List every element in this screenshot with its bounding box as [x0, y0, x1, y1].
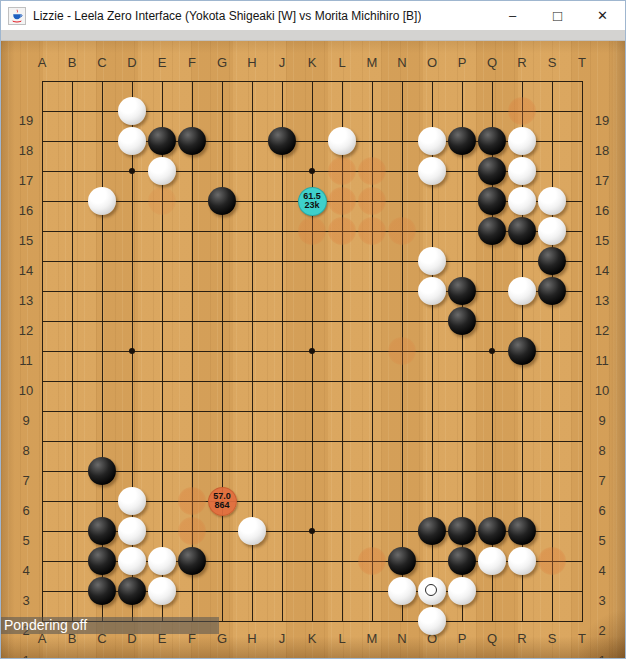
last-move-marker: [425, 584, 437, 596]
toolbar-strip: [1, 30, 625, 41]
black-stone-C6: [88, 457, 116, 485]
white-stone-E16: [148, 157, 176, 185]
black-stone-E17: [148, 127, 176, 155]
black-stone-R14: [508, 217, 536, 245]
black-stone-N3: [388, 547, 416, 575]
heat-candidate-M15[interactable]: [358, 187, 386, 215]
star-point: [309, 168, 315, 174]
black-stone-Q15: [478, 187, 506, 215]
black-stone-P17: [448, 127, 476, 155]
star-point: [489, 348, 495, 354]
heat-candidate-N10[interactable]: [388, 337, 416, 365]
black-stone-P11: [448, 307, 476, 335]
black-stone-C4: [88, 517, 116, 545]
black-stone-D2: [118, 577, 146, 605]
white-stone-O2: [418, 577, 446, 605]
white-stone-P2: [448, 577, 476, 605]
heat-candidate-M16[interactable]: [358, 157, 386, 185]
white-stone-S14: [538, 217, 566, 245]
row-label-right: 1: [587, 653, 617, 659]
white-stone-Q3: [478, 547, 506, 575]
black-stone-F3: [178, 547, 206, 575]
row-label-left: 1: [11, 653, 41, 659]
visits-value: 23k: [304, 201, 319, 210]
best-move-badge-K15[interactable]: 61.523k: [298, 187, 327, 216]
black-stone-P4: [448, 517, 476, 545]
black-stone-J17: [268, 127, 296, 155]
white-stone-C15: [88, 187, 116, 215]
white-stone-R3: [508, 547, 536, 575]
heat-candidate-R18[interactable]: [508, 97, 536, 125]
heat-candidate-L16[interactable]: [328, 157, 356, 185]
heat-candidate-N14[interactable]: [388, 217, 416, 245]
window-controls: – □ ✕: [490, 1, 625, 30]
white-stone-O12: [418, 277, 446, 305]
second-move-badge-G5[interactable]: 57.0864: [208, 487, 237, 516]
white-stone-D18: [118, 97, 146, 125]
black-stone-Q17: [478, 127, 506, 155]
white-stone-D17: [118, 127, 146, 155]
white-stone-E2: [148, 577, 176, 605]
white-stone-D4: [118, 517, 146, 545]
window-title: Lizzie - Leela Zero Interface (Yokota Sh…: [33, 9, 421, 23]
white-stone-O16: [418, 157, 446, 185]
white-stone-S15: [538, 187, 566, 215]
white-stone-R15: [508, 187, 536, 215]
white-stone-H4: [238, 517, 266, 545]
lizzie-window: Lizzie - Leela Zero Interface (Yokota Sh…: [0, 0, 626, 659]
black-stone-C2: [88, 577, 116, 605]
heat-candidate-S3[interactable]: [538, 547, 566, 575]
minimize-button[interactable]: –: [490, 1, 535, 30]
titlebar[interactable]: Lizzie - Leela Zero Interface (Yokota Sh…: [1, 1, 625, 30]
go-board[interactable]: AABBCCDDEEFFGGHHJJKKLLMMNNOOPPQQRRSSTT19…: [1, 41, 626, 659]
pondering-status: Pondering off: [1, 617, 219, 634]
black-stone-O4: [418, 517, 446, 545]
white-stone-R17: [508, 127, 536, 155]
stones-layer: 61.523k57.0864: [27, 66, 597, 636]
black-stone-R10: [508, 337, 536, 365]
black-stone-S13: [538, 247, 566, 275]
black-stone-Q4: [478, 517, 506, 545]
heat-candidate-F5[interactable]: [178, 487, 206, 515]
white-stone-D3: [118, 547, 146, 575]
star-point: [129, 168, 135, 174]
heat-candidate-L14[interactable]: [328, 217, 356, 245]
heat-candidate-M3[interactable]: [358, 547, 386, 575]
heat-candidate-M14[interactable]: [358, 217, 386, 245]
white-stone-N2: [388, 577, 416, 605]
heat-candidate-F4[interactable]: [178, 517, 206, 545]
maximize-button[interactable]: □: [535, 1, 580, 30]
white-stone-O13: [418, 247, 446, 275]
star-point: [129, 348, 135, 354]
white-stone-R16: [508, 157, 536, 185]
black-stone-Q16: [478, 157, 506, 185]
close-button[interactable]: ✕: [580, 1, 625, 30]
black-stone-P3: [448, 547, 476, 575]
heat-candidate-K14[interactable]: [298, 217, 326, 245]
star-point: [309, 528, 315, 534]
black-stone-F17: [178, 127, 206, 155]
white-stone-R12: [508, 277, 536, 305]
black-stone-C3: [88, 547, 116, 575]
black-stone-P12: [448, 277, 476, 305]
star-point: [309, 348, 315, 354]
heat-candidate-L15[interactable]: [328, 187, 356, 215]
white-stone-O17: [418, 127, 446, 155]
black-stone-Q14: [478, 217, 506, 245]
white-stone-D5: [118, 487, 146, 515]
white-stone-E3: [148, 547, 176, 575]
visits-value: 864: [214, 501, 229, 510]
heat-candidate-E15[interactable]: [148, 187, 176, 215]
black-stone-S12: [538, 277, 566, 305]
java-app-icon: [8, 7, 26, 25]
black-stone-G15: [208, 187, 236, 215]
white-stone-O1: [418, 607, 446, 635]
white-stone-L17: [328, 127, 356, 155]
black-stone-R4: [508, 517, 536, 545]
